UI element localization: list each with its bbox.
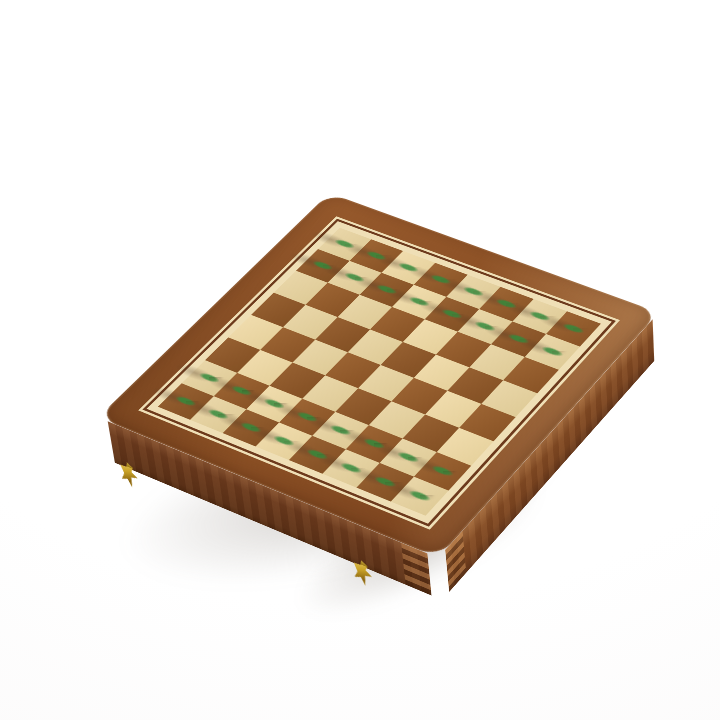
chess-board-3d: ♜♞♝♛♚♝♞♜♟♟♟♟♟♟♟♟♟♟♟♟♟♟♟♟♜♞♝♛♚♝♞♜ <box>98 193 659 558</box>
square-a3 <box>503 357 559 393</box>
product-photo-scene: ♜♞♝♛♚♝♞♜♟♟♟♟♟♟♟♟♟♟♟♟♟♟♟♟♜♞♝♛♚♝♞♜ <box>0 0 720 720</box>
chess-set: ♜♞♝♛♚♝♞♜♟♟♟♟♟♟♟♟♟♟♟♟♟♟♟♟♜♞♝♛♚♝♞♜ <box>178 162 583 567</box>
